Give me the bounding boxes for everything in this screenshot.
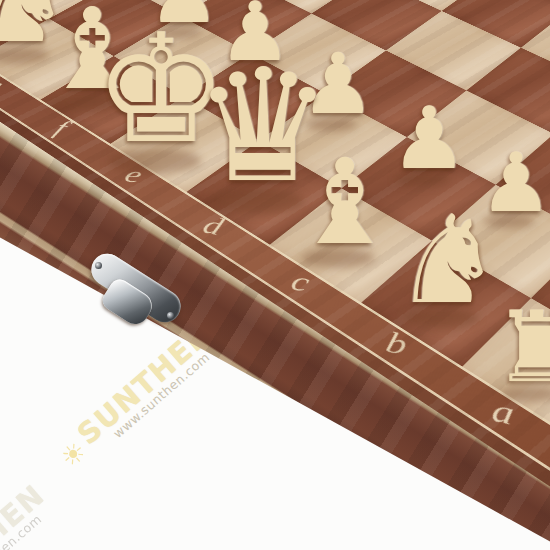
pieces-layer: ♟♞♟♝♟♚♟♛♟♝♞♜ (0, 0, 550, 550)
chess-set-photo: ☀ SUNTHEN www.sunthen.com ☀ SUNTHEN www.… (0, 0, 550, 550)
piece-white-rook-a1: ♜ (488, 298, 550, 396)
